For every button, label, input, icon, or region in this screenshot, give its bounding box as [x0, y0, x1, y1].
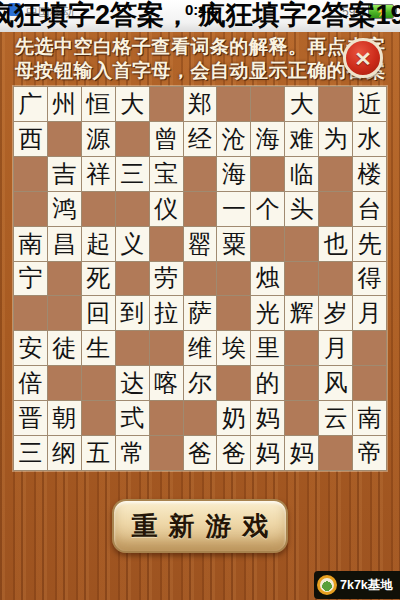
status-bar: 中国移动 59% ⚡ 疯狂填字2答案， 疯狂填字2答案191 0:44 [0, 0, 400, 32]
grid-cell-r11c9[interactable]: 妈 [285, 436, 318, 470]
grid-cell-r6c6 [184, 262, 217, 296]
grid-cell-r11c6[interactable]: 爸 [184, 436, 217, 470]
grid-cell-r11c4[interactable]: 常 [116, 436, 149, 470]
instruction-banner: 先选中空白格子查看词条的解释。再点击字 母按钮输入首字母，会自动显示正确的答案 [15, 35, 340, 83]
grid-cell-r5c1[interactable]: 南 [14, 227, 47, 261]
grid-cell-r6c7 [217, 262, 250, 296]
grid-cell-r11c1[interactable]: 三 [14, 436, 47, 470]
grid-cell-r6c10 [319, 262, 352, 296]
close-icon: ✕ [354, 48, 372, 68]
grid-cell-r10c4[interactable]: 式 [116, 401, 149, 435]
grid-cell-r4c4 [116, 192, 149, 226]
grid-cell-r1c9[interactable]: 大 [285, 87, 318, 121]
grid-cell-r7c10[interactable]: 岁 [319, 296, 352, 330]
grid-cell-r3c5[interactable]: 宝 [150, 157, 183, 191]
grid-cell-r10c11[interactable]: 南 [353, 401, 386, 435]
grid-cell-r5c9 [285, 227, 318, 261]
grid-cell-r8c8[interactable]: 里 [251, 331, 284, 365]
grid-cell-r4c11[interactable]: 台 [353, 192, 386, 226]
grid-cell-r4c1 [14, 192, 47, 226]
grid-cell-r5c7[interactable]: 粟 [217, 227, 250, 261]
grid-cell-r7c8[interactable]: 光 [251, 296, 284, 330]
grid-cell-r2c11[interactable]: 水 [353, 122, 386, 156]
grid-cell-r5c5 [150, 227, 183, 261]
clock-label: 0:44 [0, 1, 400, 18]
grid-cell-r9c5[interactable]: 喀 [150, 366, 183, 400]
grid-cell-r1c6[interactable]: 郑 [184, 87, 217, 121]
grid-cell-r11c7[interactable]: 爸 [217, 436, 250, 470]
grid-cell-r3c9[interactable]: 临 [285, 157, 318, 191]
grid-cell-r8c2[interactable]: 徒 [48, 331, 81, 365]
grid-cell-r8c4 [116, 331, 149, 365]
restart-label: 重新游戏 [121, 509, 280, 544]
grid-cell-r3c11[interactable]: 楼 [353, 157, 386, 191]
grid-cell-r1c7 [217, 87, 250, 121]
grid-cell-r6c11[interactable]: 得 [353, 262, 386, 296]
grid-cell-r10c5 [150, 401, 183, 435]
grid-cell-r6c5[interactable]: 劳 [150, 262, 183, 296]
instruction-line-1: 先选中空白格子查看词条的解释。再点击字 [15, 35, 340, 59]
grid-cell-r6c9 [285, 262, 318, 296]
grid-cell-r7c7 [217, 296, 250, 330]
grid-cell-r8c10[interactable]: 月 [319, 331, 352, 365]
grid-cell-r4c2[interactable]: 鸿 [48, 192, 81, 226]
instruction-line-2: 母按钮输入首字母，会自动显示正确的答案 [15, 59, 340, 83]
grid-cell-r4c6 [184, 192, 217, 226]
grid-cell-r11c2[interactable]: 纲 [48, 436, 81, 470]
grid-cell-r5c6[interactable]: 罂 [184, 227, 217, 261]
grid-cell-r4c7[interactable]: 一 [217, 192, 250, 226]
grid-cell-r1c8 [251, 87, 284, 121]
grid-cell-r7c2 [48, 296, 81, 330]
grid-cell-r1c2[interactable]: 州 [48, 87, 81, 121]
crossword-grid: 广州恒大郑大近西源曾经沧海难为水吉祥三宝海临楼鸿仪一个头台南昌起义罂粟也先宁死劳… [13, 86, 387, 471]
grid-cell-r10c3 [82, 401, 115, 435]
grid-cell-r11c5 [150, 436, 183, 470]
grid-cell-r2c5[interactable]: 曾 [150, 122, 183, 156]
grid-cell-r5c4[interactable]: 义 [116, 227, 149, 261]
grid-cell-r2c4 [116, 122, 149, 156]
grid-cell-r3c8 [251, 157, 284, 191]
grid-cell-r6c4 [116, 262, 149, 296]
grid-cell-r11c10 [319, 436, 352, 470]
grid-cell-r2c7[interactable]: 沧 [217, 122, 250, 156]
grid-cell-r10c8[interactable]: 妈 [251, 401, 284, 435]
grid-cell-r1c1[interactable]: 广 [14, 87, 47, 121]
grid-cell-r2c8[interactable]: 海 [251, 122, 284, 156]
grid-cell-r3c2[interactable]: 吉 [48, 157, 81, 191]
grid-cell-r4c8[interactable]: 个 [251, 192, 284, 226]
grid-cell-r9c8[interactable]: 的 [251, 366, 284, 400]
grid-cell-r10c7[interactable]: 奶 [217, 401, 250, 435]
grid-cell-r7c3[interactable]: 回 [82, 296, 115, 330]
grid-cell-r1c4[interactable]: 大 [116, 87, 149, 121]
grid-cell-r2c6[interactable]: 经 [184, 122, 217, 156]
grid-cell-r8c9 [285, 331, 318, 365]
grid-cell-r9c9 [285, 366, 318, 400]
grid-cell-r7c4[interactable]: 到 [116, 296, 149, 330]
grid-cell-r4c10 [319, 192, 352, 226]
grid-cell-r2c3[interactable]: 源 [82, 122, 115, 156]
grid-cell-r3c10 [319, 157, 352, 191]
grid-cell-r9c10[interactable]: 风 [319, 366, 352, 400]
grid-cell-r10c2[interactable]: 朝 [48, 401, 81, 435]
grid-cell-r5c8 [251, 227, 284, 261]
grid-cell-r10c1[interactable]: 晋 [14, 401, 47, 435]
grid-cell-r6c3[interactable]: 死 [82, 262, 115, 296]
grid-cell-r7c5[interactable]: 拉 [150, 296, 183, 330]
grid-cell-r7c6[interactable]: 萨 [184, 296, 217, 330]
grid-cell-r7c11[interactable]: 月 [353, 296, 386, 330]
watermark-logo-icon [317, 575, 337, 595]
grid-cell-r8c11 [353, 331, 386, 365]
grid-cell-r8c1[interactable]: 安 [14, 331, 47, 365]
grid-cell-r4c9[interactable]: 头 [285, 192, 318, 226]
grid-cell-r11c11[interactable]: 帝 [353, 436, 386, 470]
grid-cell-r5c11[interactable]: 先 [353, 227, 386, 261]
grid-cell-r10c9 [285, 401, 318, 435]
grid-cell-r5c10[interactable]: 也 [319, 227, 352, 261]
grid-cell-r6c2 [48, 262, 81, 296]
grid-cell-r11c8[interactable]: 妈 [251, 436, 284, 470]
grid-cell-r11c3[interactable]: 五 [82, 436, 115, 470]
grid-cell-r2c2 [48, 122, 81, 156]
grid-cell-r1c3[interactable]: 恒 [82, 87, 115, 121]
grid-cell-r7c1 [14, 296, 47, 330]
close-button[interactable]: ✕ [343, 38, 383, 78]
grid-cell-r1c11[interactable]: 近 [353, 87, 386, 121]
grid-cell-r9c1[interactable]: 倍 [14, 366, 47, 400]
grid-cell-r8c5 [150, 331, 183, 365]
grid-cell-r5c3[interactable]: 起 [82, 227, 115, 261]
grid-cell-r4c3 [82, 192, 115, 226]
grid-cell-r2c9[interactable]: 难 [285, 122, 318, 156]
grid-cell-r5c2[interactable]: 昌 [48, 227, 81, 261]
grid-cell-r9c3 [82, 366, 115, 400]
restart-button[interactable]: 重新游戏 [112, 499, 288, 553]
grid-cell-r2c1[interactable]: 西 [14, 122, 47, 156]
grid-cell-r3c1 [14, 157, 47, 191]
grid-cell-r9c2 [48, 366, 81, 400]
grid-cell-r10c6 [184, 401, 217, 435]
watermark-label: 7k7k基地 [340, 577, 393, 594]
grid-cell-r1c10 [319, 87, 352, 121]
grid-cell-r8c3[interactable]: 生 [82, 331, 115, 365]
grid-cell-r6c8[interactable]: 烛 [251, 262, 284, 296]
grid-cell-r9c11 [353, 366, 386, 400]
grid-cell-r9c6[interactable]: 尔 [184, 366, 217, 400]
grid-cell-r1c5 [150, 87, 183, 121]
grid-cell-r3c3[interactable]: 祥 [82, 157, 115, 191]
grid-cell-r3c6 [184, 157, 217, 191]
grid-cell-r3c4[interactable]: 三 [116, 157, 149, 191]
grid-cell-r10c10[interactable]: 云 [319, 401, 352, 435]
grid-cell-r3c7[interactable]: 海 [217, 157, 250, 191]
grid-cell-r4c5[interactable]: 仪 [150, 192, 183, 226]
grid-cell-r8c6[interactable]: 维 [184, 331, 217, 365]
grid-cell-r9c7 [217, 366, 250, 400]
grid-cell-r7c9[interactable]: 辉 [285, 296, 318, 330]
grid-cell-r6c1[interactable]: 宁 [14, 262, 47, 296]
watermark-badge[interactable]: 7k7k基地 [314, 571, 400, 599]
grid-cell-r9c4[interactable]: 达 [116, 366, 149, 400]
grid-cell-r2c10[interactable]: 为 [319, 122, 352, 156]
grid-cell-r8c7[interactable]: 埃 [217, 331, 250, 365]
